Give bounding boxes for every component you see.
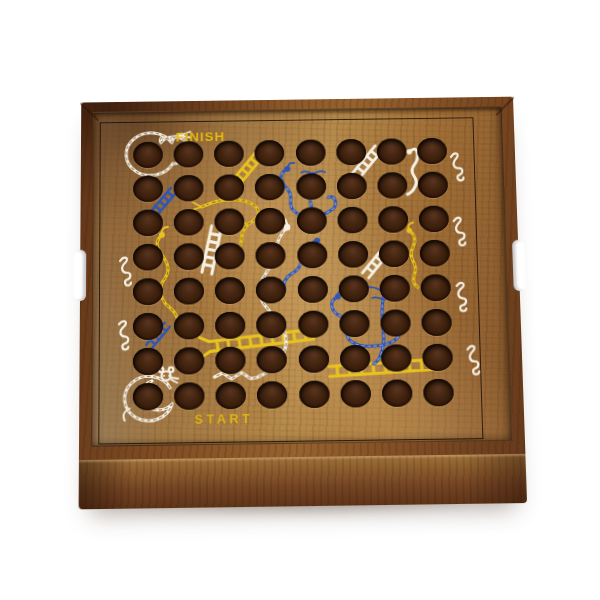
peg-hole[interactable] <box>380 309 411 336</box>
peg-hole[interactable] <box>133 142 163 168</box>
box-front-face <box>79 454 528 510</box>
peg-hole[interactable] <box>174 312 204 339</box>
peg-hole[interactable] <box>255 208 285 235</box>
peg-hole[interactable] <box>337 207 367 234</box>
product-photo-scene: FINISH START <box>0 0 600 600</box>
finish-label: FINISH <box>176 129 226 144</box>
peg-hole[interactable] <box>255 174 285 201</box>
peg-hole[interactable] <box>174 175 204 202</box>
peg-hole[interactable] <box>297 276 327 303</box>
peg-hole[interactable] <box>216 382 246 410</box>
peg-hole[interactable] <box>215 208 245 235</box>
peg-hole[interactable] <box>215 243 245 270</box>
peg-hole[interactable] <box>295 139 325 165</box>
peg-hole[interactable] <box>381 344 412 371</box>
peg-hole[interactable] <box>133 175 163 202</box>
peg-hole[interactable] <box>133 278 163 305</box>
peg-hole[interactable] <box>340 345 371 372</box>
peg-hole[interactable] <box>174 243 204 270</box>
peg-hole[interactable] <box>340 380 371 408</box>
peg-hole[interactable] <box>132 348 162 376</box>
peg-hole[interactable] <box>257 346 287 373</box>
peg-hole[interactable] <box>418 172 448 199</box>
peg-hole[interactable] <box>299 381 330 409</box>
peg-hole[interactable] <box>215 277 245 304</box>
peg-hole[interactable] <box>382 379 413 407</box>
holes-grid <box>127 134 460 415</box>
peg-hole[interactable] <box>423 379 454 407</box>
peg-hole[interactable] <box>133 244 163 271</box>
peg-hole[interactable] <box>215 347 245 374</box>
peg-hole[interactable] <box>422 309 453 336</box>
peg-hole[interactable] <box>337 173 367 200</box>
peg-hole[interactable] <box>214 141 244 167</box>
peg-hole[interactable] <box>338 275 368 302</box>
peg-hole[interactable] <box>255 140 285 166</box>
peg-hole[interactable] <box>174 347 204 374</box>
peg-hole[interactable] <box>379 240 409 267</box>
start-label: START <box>194 412 253 427</box>
peg-hole[interactable] <box>133 313 163 340</box>
peg-hole[interactable] <box>420 240 451 267</box>
peg-hole[interactable] <box>256 242 286 269</box>
peg-hole[interactable] <box>377 138 407 164</box>
peg-hole[interactable] <box>132 383 162 411</box>
peg-hole[interactable] <box>174 382 204 410</box>
peg-hole[interactable] <box>256 276 286 303</box>
peg-hole[interactable] <box>296 207 326 234</box>
peg-hole[interactable] <box>423 344 454 371</box>
peg-hole[interactable] <box>336 139 366 165</box>
peg-hole[interactable] <box>256 311 286 338</box>
peg-hole[interactable] <box>174 141 204 167</box>
peg-hole[interactable] <box>338 241 368 268</box>
peg-hole[interactable] <box>174 209 204 236</box>
peg-hole[interactable] <box>133 209 163 236</box>
peg-hole[interactable] <box>378 206 408 233</box>
peg-hole[interactable] <box>377 172 407 199</box>
peg-hole[interactable] <box>257 381 288 409</box>
finger-notch-right <box>512 240 526 291</box>
peg-hole[interactable] <box>298 311 328 338</box>
wooden-game-box: FINISH START <box>79 97 528 510</box>
peg-hole[interactable] <box>297 241 327 268</box>
peg-hole[interactable] <box>298 345 329 372</box>
peg-hole[interactable] <box>380 275 411 302</box>
peg-hole[interactable] <box>417 138 447 164</box>
peg-hole[interactable] <box>214 174 244 201</box>
peg-hole[interactable] <box>296 173 326 200</box>
peg-hole[interactable] <box>339 310 370 337</box>
peg-hole[interactable] <box>174 278 204 305</box>
finger-notch-left <box>74 250 86 301</box>
board-top-face: FINISH START <box>79 97 525 460</box>
peg-hole[interactable] <box>419 206 449 233</box>
peg-hole[interactable] <box>215 312 245 339</box>
peg-hole[interactable] <box>421 274 452 301</box>
